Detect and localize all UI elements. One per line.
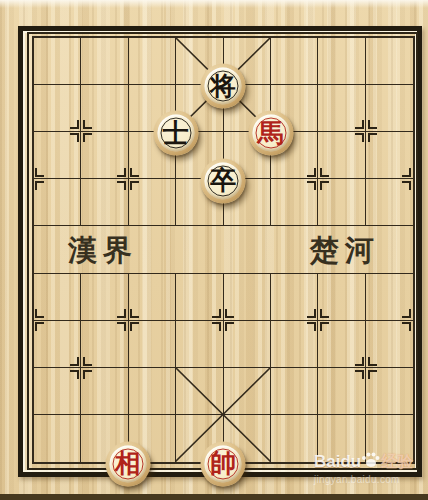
board-cell[interactable]: [224, 226, 271, 273]
board-cell[interactable]: [271, 368, 318, 415]
watermark-url: jingyan.baidu.com: [314, 474, 426, 485]
board-cell[interactable]: [129, 368, 176, 415]
piece-character: 将: [201, 64, 246, 109]
red-horse-piece[interactable]: 馬: [248, 111, 293, 156]
xiangqi-board-screenshot: 漢界 楚河 将士馬卒相帥 Baidu 经验 jingyan.baidu.com: [0, 0, 428, 500]
piece-character: 帥: [201, 441, 246, 486]
top-highlight-band: [0, 0, 428, 8]
star-point-marker: [401, 167, 425, 191]
star-point-marker: [69, 119, 93, 143]
board-cell[interactable]: [271, 38, 318, 85]
board-cell[interactable]: [366, 38, 413, 85]
river-label-chuhe: 楚河: [310, 236, 380, 265]
star-point-marker: [69, 356, 93, 380]
board-cell[interactable]: [318, 38, 365, 85]
bottom-shadow-band: [0, 494, 428, 500]
river-label-hanjie: 漢界: [68, 236, 138, 265]
board-cell[interactable]: [129, 38, 176, 85]
star-point-marker: [306, 308, 330, 332]
board-cell[interactable]: [81, 38, 128, 85]
star-point-marker: [211, 308, 235, 332]
board-cell[interactable]: [176, 226, 223, 273]
star-point-marker: [116, 167, 140, 191]
star-point-marker: [306, 167, 330, 191]
board-cell[interactable]: [34, 38, 81, 85]
baidu-watermark: Baidu 经验 jingyan.baidu.com: [314, 452, 426, 485]
black-general-piece[interactable]: 将: [201, 64, 246, 109]
star-point-marker: [116, 308, 140, 332]
star-point-marker: [354, 356, 378, 380]
black-advisor-piece[interactable]: 士: [153, 111, 198, 156]
board-cell[interactable]: [34, 415, 81, 462]
red-elephant-piece[interactable]: 相: [106, 441, 151, 486]
star-point-marker: [21, 167, 45, 191]
star-point-marker: [401, 308, 425, 332]
baidu-jingyan-text: 经验: [381, 452, 413, 473]
piece-character: 相: [106, 441, 151, 486]
baidu-paw-icon: [362, 451, 380, 468]
piece-character: 士: [153, 111, 198, 156]
star-point-marker: [21, 308, 45, 332]
red-general-piece[interactable]: 帥: [201, 441, 246, 486]
piece-character: 馬: [248, 111, 293, 156]
star-point-marker: [354, 119, 378, 143]
piece-character: 卒: [201, 158, 246, 203]
board-cell[interactable]: [271, 415, 318, 462]
black-soldier-piece[interactable]: 卒: [201, 158, 246, 203]
baidu-logo-text: Baidu: [314, 452, 361, 472]
